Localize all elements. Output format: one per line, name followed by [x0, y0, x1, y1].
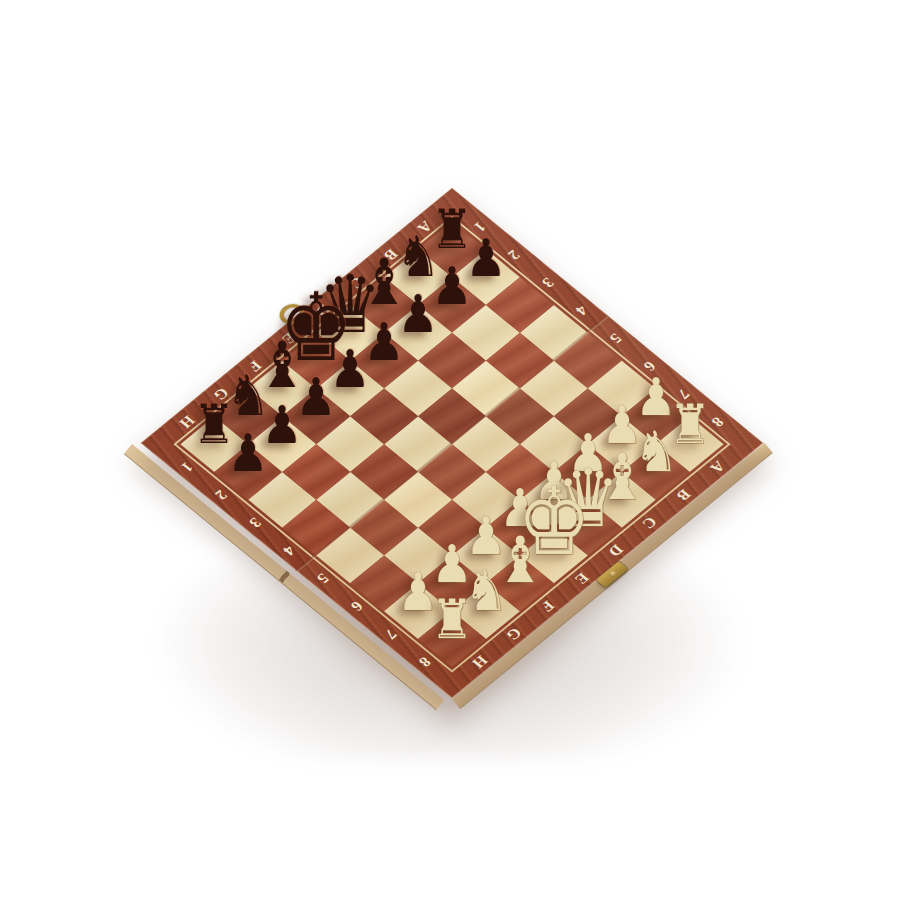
product-photo-scene: AA11BB22CC33DD44EE55FF66GG77HH88 ♜♞♝♛♚♝♞… — [0, 0, 907, 907]
pieces-layer: ♜♞♝♛♚♝♞♜♟♟♟♟♟♟♟♟♟♟♟♟♟♟♟♟♜♞♝♛♚♝♞♜ — [0, 0, 907, 907]
piece-light-rook-h8[interactable]: ♜ — [431, 592, 474, 646]
piece-dark-pawn-h2[interactable]: ♟ — [228, 427, 269, 479]
